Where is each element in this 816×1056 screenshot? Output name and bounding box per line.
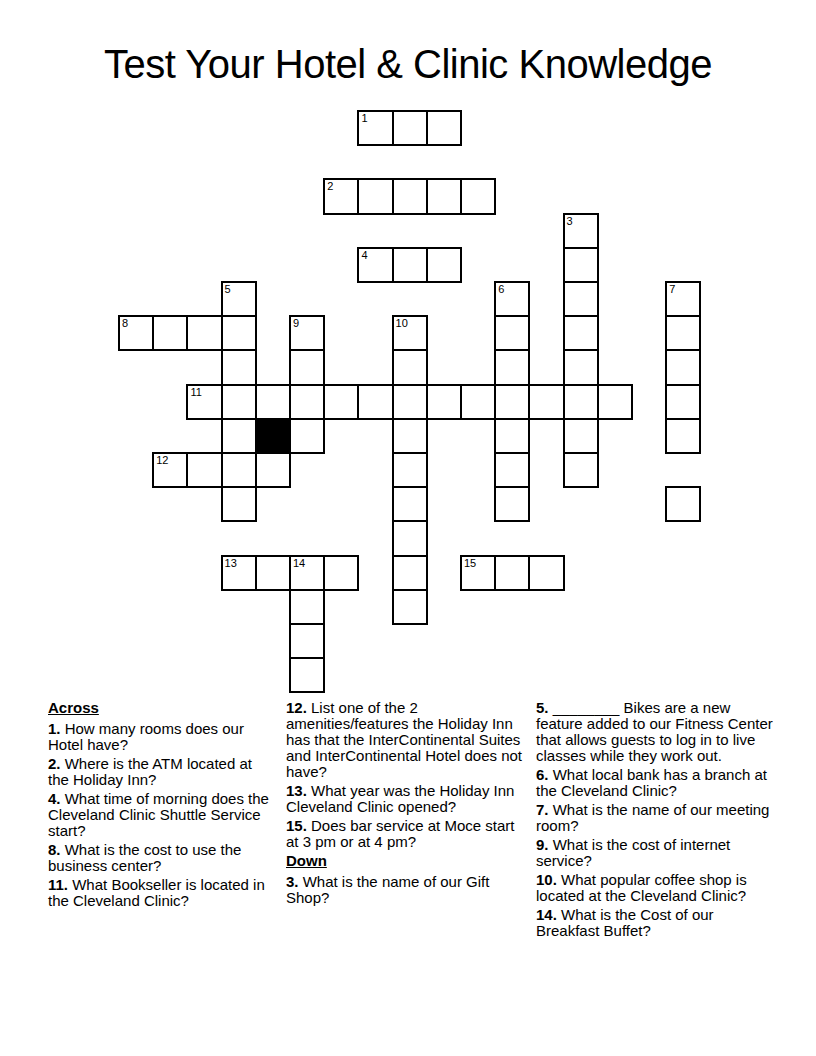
cell-number: 4 <box>361 249 367 262</box>
grid-cell[interactable] <box>289 418 325 454</box>
clue-item-4: 4. What time of morning does the Clevela… <box>48 791 276 839</box>
grid-cell[interactable]: 7 <box>665 281 701 317</box>
cell-number: 12 <box>156 454 168 467</box>
clue-text: Does bar service at Moce start at 3 pm o… <box>286 817 514 850</box>
clue-item-3: 3. What is the name of our Gift Shop? <box>286 874 526 906</box>
grid-cell[interactable] <box>494 555 530 591</box>
puzzle-title: Test Your Hotel & Clinic Knowledge <box>0 42 816 87</box>
grid-cell[interactable] <box>460 178 496 214</box>
clue-number: 9. <box>536 836 549 853</box>
clue-text: ________ Bikes are a new feature added t… <box>536 699 773 764</box>
clue-text: What is the name of our Gift Shop? <box>286 873 489 906</box>
grid-cell[interactable] <box>563 281 599 317</box>
grid-cell[interactable] <box>563 384 599 420</box>
grid-cell[interactable]: 12 <box>152 452 188 488</box>
clue-text: Where is the ATM located at the Holiday … <box>48 755 252 788</box>
grid-cell[interactable] <box>494 315 530 351</box>
grid-cell[interactable] <box>392 178 428 214</box>
down-heading: Down <box>286 853 526 869</box>
clue-text: What is the cost to use the business cen… <box>48 841 241 874</box>
clue-item-12: 12. List one of the 2 amenities/features… <box>286 700 526 780</box>
cell-number: 10 <box>396 317 408 330</box>
clue-item-11: 11. What Bookseller is located in the Cl… <box>48 877 276 909</box>
clues-section: Across1. How many rooms does our Hotel h… <box>48 700 778 942</box>
grid-cell[interactable] <box>186 452 222 488</box>
clue-number: 12. <box>286 699 307 716</box>
clue-text: How many rooms does our Hotel have? <box>48 720 244 753</box>
grid-cell[interactable] <box>563 349 599 385</box>
grid-cell[interactable] <box>221 384 257 420</box>
grid-cell[interactable] <box>665 418 701 454</box>
grid-cell[interactable] <box>392 247 428 283</box>
clue-number: 13. <box>286 782 307 799</box>
cell-number: 13 <box>225 557 237 570</box>
grid-cell[interactable] <box>323 555 359 591</box>
grid-cell[interactable] <box>665 349 701 385</box>
grid-cell[interactable] <box>426 110 462 146</box>
clue-item-2: 2. Where is the ATM located at the Holid… <box>48 756 276 788</box>
grid-cell[interactable] <box>665 315 701 351</box>
grid-cell[interactable] <box>597 384 633 420</box>
grid-cell[interactable]: 6 <box>494 281 530 317</box>
grid-cell[interactable]: 9 <box>289 315 325 351</box>
grid-cell[interactable] <box>563 315 599 351</box>
grid-cell[interactable] <box>357 384 393 420</box>
grid-cell[interactable]: 4 <box>357 247 393 283</box>
clue-item-7: 7. What is the name of our meeting room? <box>536 802 773 834</box>
grid-cell[interactable] <box>152 315 188 351</box>
grid-cell[interactable] <box>563 418 599 454</box>
grid-cell[interactable]: 1 <box>357 110 393 146</box>
crossword-board: 123456789101112131415 <box>118 110 704 696</box>
clue-column-1: Across1. How many rooms does our Hotel h… <box>48 700 276 942</box>
grid-cell[interactable] <box>426 247 462 283</box>
grid-cell[interactable] <box>528 384 564 420</box>
clue-item-8: 8. What is the cost to use the business … <box>48 842 276 874</box>
clue-text: What time of morning does the Cleveland … <box>48 790 269 839</box>
clue-number: 8. <box>48 841 61 858</box>
clue-number: 2. <box>48 755 61 772</box>
clue-text: What is the name of our meeting room? <box>536 801 769 834</box>
grid-cell[interactable] <box>392 110 428 146</box>
grid-cell[interactable] <box>665 486 701 522</box>
grid-cell[interactable]: 8 <box>118 315 154 351</box>
grid-cell[interactable] <box>563 452 599 488</box>
clue-item-10: 10. What popular coffee shop is located … <box>536 872 773 904</box>
grid-cell[interactable] <box>289 589 325 625</box>
clue-text: What is the Cost of our Breakfast Buffet… <box>536 906 714 939</box>
cell-number: 6 <box>498 283 504 296</box>
grid-cell[interactable] <box>221 486 257 522</box>
clue-number: 14. <box>536 906 557 923</box>
cell-number: 14 <box>293 557 305 570</box>
grid-cell[interactable]: 2 <box>323 178 359 214</box>
clue-number: 15. <box>286 817 307 834</box>
clue-column-2: 12. List one of the 2 amenities/features… <box>286 700 526 942</box>
grid-cell[interactable] <box>392 555 428 591</box>
grid-cell[interactable] <box>221 418 257 454</box>
clue-item-6: 6. What local bank has a branch at the C… <box>536 767 773 799</box>
clue-item-13: 13. What year was the Holiday Inn Clevel… <box>286 783 526 815</box>
cell-number: 7 <box>669 283 675 296</box>
grid-cell[interactable] <box>221 452 257 488</box>
clue-number: 6. <box>536 766 549 783</box>
grid-cell[interactable] <box>528 555 564 591</box>
grid-cell[interactable] <box>255 384 291 420</box>
grid-cell[interactable]: 14 <box>289 555 325 591</box>
cell-number: 8 <box>122 317 128 330</box>
clue-text: What local bank has a branch at the Clev… <box>536 766 767 799</box>
grid-cell[interactable] <box>392 418 428 454</box>
grid-cell[interactable]: 15 <box>460 555 496 591</box>
grid-cell[interactable] <box>289 623 325 659</box>
cell-number: 3 <box>567 215 573 228</box>
clue-column-3: 5. ________ Bikes are a new feature adde… <box>536 700 773 942</box>
cell-number: 2 <box>327 180 333 193</box>
crossword-page: Test Your Hotel & Clinic Knowledge 12345… <box>0 0 816 1056</box>
grid-cell[interactable] <box>392 384 428 420</box>
clue-text: What Bookseller is located in the Clevel… <box>48 876 265 909</box>
clue-number: 3. <box>286 873 299 890</box>
clue-number: 11. <box>48 876 68 893</box>
black-cell <box>255 418 291 454</box>
clue-item-9: 9. What is the cost of internet service? <box>536 837 773 869</box>
grid-cell[interactable] <box>392 520 428 556</box>
clue-text: List one of the 2 amenities/features the… <box>286 699 522 780</box>
clue-item-15: 15. Does bar service at Moce start at 3 … <box>286 818 526 850</box>
grid-cell[interactable] <box>494 418 530 454</box>
grid-cell[interactable] <box>392 349 428 385</box>
cell-number: 1 <box>361 112 367 125</box>
grid-cell[interactable]: 11 <box>186 384 222 420</box>
cell-number: 11 <box>190 386 201 399</box>
grid-cell[interactable] <box>186 315 222 351</box>
grid-cell[interactable]: 3 <box>563 213 599 249</box>
grid-cell[interactable]: 13 <box>221 555 257 591</box>
clue-number: 7. <box>536 801 549 818</box>
grid-cell[interactable] <box>289 384 325 420</box>
grid-cell[interactable] <box>460 384 496 420</box>
clue-item-14: 14. What is the Cost of our Breakfast Bu… <box>536 907 773 939</box>
clue-text: What popular coffee shop is located at t… <box>536 871 747 904</box>
grid-cell[interactable] <box>392 486 428 522</box>
grid-cell[interactable] <box>221 315 257 351</box>
grid-cell[interactable] <box>392 589 428 625</box>
clue-number: 10. <box>536 871 557 888</box>
clue-number: 1. <box>48 720 61 737</box>
grid-cell[interactable]: 5 <box>221 281 257 317</box>
grid-cell[interactable] <box>289 657 325 693</box>
grid-cell[interactable] <box>494 486 530 522</box>
grid-cell[interactable] <box>494 349 530 385</box>
clue-text: What is the cost of internet service? <box>536 836 730 869</box>
grid-cell[interactable] <box>392 452 428 488</box>
grid-cell[interactable] <box>289 349 325 385</box>
grid-cell[interactable] <box>221 349 257 385</box>
grid-cell[interactable] <box>255 452 291 488</box>
grid-cell[interactable] <box>665 384 701 420</box>
across-heading: Across <box>48 700 276 716</box>
cell-number: 9 <box>293 317 299 330</box>
grid-cell[interactable] <box>426 384 462 420</box>
grid-cell[interactable] <box>494 384 530 420</box>
clue-item-5: 5. ________ Bikes are a new feature adde… <box>536 700 773 764</box>
clue-number: 4. <box>48 790 61 807</box>
grid-cell[interactable] <box>494 452 530 488</box>
grid-cell[interactable] <box>357 178 393 214</box>
grid-cell[interactable] <box>323 384 359 420</box>
cell-number: 15 <box>464 557 476 570</box>
clue-text: What year was the Holiday Inn Cleveland … <box>286 782 514 815</box>
grid-cell[interactable] <box>426 178 462 214</box>
grid-cell[interactable] <box>563 247 599 283</box>
cell-number: 5 <box>225 283 231 296</box>
grid-cell[interactable] <box>255 555 291 591</box>
clue-item-1: 1. How many rooms does our Hotel have? <box>48 721 276 753</box>
grid-cell[interactable]: 10 <box>392 315 428 351</box>
clue-number: 5. <box>536 699 549 716</box>
